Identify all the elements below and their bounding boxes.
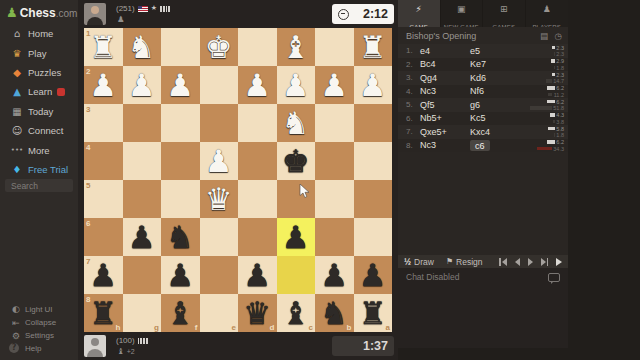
go-back-button[interactable] <box>515 258 520 266</box>
square-a1[interactable]: ♜ <box>354 28 393 66</box>
piece-black-pawn: ♟ <box>277 218 316 256</box>
puzzles-label: Puzzles <box>28 67 61 78</box>
history-clock-icon[interactable]: ◷ <box>555 31 562 41</box>
piece-white-bishop: ♝ <box>277 28 316 66</box>
square-a4[interactable] <box>354 142 393 180</box>
square-g6[interactable]: ♟ <box>123 218 162 256</box>
square-d7[interactable]: ♟ <box>238 256 277 294</box>
file-label-d: d <box>270 323 275 332</box>
top-player-avatar[interactable] <box>84 3 106 25</box>
square-g4[interactable] <box>123 142 162 180</box>
more-label: More <box>28 145 50 156</box>
square-b7[interactable]: ♟ <box>315 256 354 294</box>
square-e2[interactable] <box>200 66 239 104</box>
piece-black-rook: ♜ <box>354 294 393 332</box>
go-start-button[interactable] <box>499 258 507 266</box>
move-row-2: 2.Bc4Ke72.91.8 <box>398 58 568 72</box>
help-label: Help <box>25 344 41 353</box>
move-number: 8. <box>406 141 420 150</box>
play-label: Play <box>28 48 46 59</box>
square-a6[interactable] <box>354 218 393 256</box>
piece-black-queen: ♛ <box>238 294 277 332</box>
rank-label-5: 5 <box>86 181 90 190</box>
black-move[interactable]: g6 <box>470 100 534 110</box>
chess-app-window: ♟Chess.com ⌂Home♛Play◆Puzzles▲Learn▦Toda… <box>0 0 640 360</box>
bottom-player-rating: (100) <box>116 336 135 345</box>
square-g8[interactable]: g <box>123 294 162 332</box>
square-g3[interactable] <box>123 104 162 142</box>
move-row-4: 4.Nc3Nf66.211.2 <box>398 85 568 99</box>
light-ui-button[interactable]: ◐Light UI <box>0 303 53 315</box>
square-c8[interactable]: c♝ <box>277 294 316 332</box>
collapse-icon: ⇤ <box>9 318 23 328</box>
move-number: 7. <box>406 127 420 136</box>
opening-name: Bishop's Opening <box>406 31 476 41</box>
square-b6[interactable] <box>315 218 354 256</box>
light-ui-icon: ◐ <box>9 304 23 314</box>
bottom-player-avatar[interactable] <box>84 335 106 357</box>
learn-label: Learn <box>28 86 52 97</box>
star-icon: ★ <box>151 5 157 12</box>
move-row-3: 3.Qg4Kd62.314.7 <box>398 71 568 85</box>
top-clock-time: 2:12 <box>363 7 388 21</box>
square-h3[interactable]: 3 <box>84 104 123 142</box>
rank-label-8: 8 <box>86 295 90 304</box>
square-a8[interactable]: a♜ <box>354 294 393 332</box>
square-g1[interactable]: ♞ <box>123 28 162 66</box>
home-label: Home <box>28 28 53 39</box>
rank-label-7: 7 <box>86 257 90 266</box>
material-advantage: +2 <box>127 348 135 355</box>
square-h4[interactable]: 4 <box>84 142 123 180</box>
move-number: 4. <box>406 87 420 96</box>
square-e6[interactable] <box>200 218 239 256</box>
square-b2[interactable]: ♟ <box>315 66 354 104</box>
piece-black-pawn: ♟ <box>315 256 354 294</box>
today-icon: ▦ <box>9 106 25 117</box>
half-point-icon: ½ <box>404 257 411 267</box>
file-label-g: g <box>154 323 159 332</box>
piece-white-knight: ♞ <box>123 28 162 66</box>
resign-button[interactable]: ⚑ Resign <box>446 257 483 267</box>
file-label-h: h <box>116 323 121 332</box>
move-times: 4.33.8 <box>534 112 564 124</box>
piece-white-pawn: ♟ <box>277 66 316 104</box>
sidebar: ♟Chess.com ⌂Home♛Play◆Puzzles▲Learn▦Toda… <box>0 0 78 360</box>
move-number: 2. <box>406 60 420 69</box>
white-move[interactable]: Bc4 <box>420 59 470 69</box>
square-h2[interactable]: 2♟ <box>84 66 123 104</box>
square-d2[interactable]: ♟ <box>238 66 277 104</box>
sidebar-item-puzzles[interactable]: ◆Puzzles <box>0 63 78 82</box>
help-icon: ? <box>9 343 19 353</box>
piece-white-king: ♚ <box>200 28 239 66</box>
home-icon: ⌂ <box>9 28 25 39</box>
piece-black-pawn: ♟ <box>354 256 393 294</box>
move-nav-group <box>499 258 562 266</box>
square-h1[interactable]: 1♜ <box>84 28 123 66</box>
square-h5[interactable]: 5 <box>84 180 123 218</box>
rank-label-2: 2 <box>86 67 90 76</box>
sidebar-item-learn[interactable]: ▲Learn <box>0 82 78 101</box>
piece-white-pawn: ♟ <box>84 66 123 104</box>
puzzles-icon: ◆ <box>9 67 25 78</box>
file-label-a: a <box>386 323 390 332</box>
move-times: 2.32.3 <box>534 45 564 57</box>
piece-black-pawn: ♟ <box>84 256 123 294</box>
square-d8[interactable]: d♛ <box>238 294 277 332</box>
piece-black-pawn: ♟ <box>238 256 277 294</box>
rank-label-6: 6 <box>86 219 90 228</box>
square-h6[interactable]: 6 <box>84 218 123 256</box>
us-flag-icon <box>138 6 148 12</box>
light-ui-label: Light UI <box>25 305 53 314</box>
square-e8[interactable]: e <box>200 294 239 332</box>
move-times: 2.91.8 <box>534 58 564 70</box>
panel-tabs: ⚡GAME▣NEW GAME⊞GAMES♟PLAYERS <box>398 0 568 27</box>
settings-icon: ⚙ <box>9 331 23 341</box>
piece-white-pawn: ♟ <box>238 66 277 104</box>
collapse-button[interactable]: ⇤Collapse <box>0 317 56 329</box>
square-h8[interactable]: 8h♜ <box>84 294 123 332</box>
square-c3[interactable]: ♞ <box>277 104 316 142</box>
rank-label-3: 3 <box>86 105 90 114</box>
square-f6[interactable]: ♞ <box>161 218 200 256</box>
sidebar-item-connect[interactable]: ☺Connect <box>0 121 78 140</box>
logo-text: Chess <box>20 6 56 20</box>
move-times: 6.251.8 <box>534 99 564 111</box>
go-forward-button[interactable] <box>528 258 533 266</box>
square-h7[interactable]: 7♟ <box>84 256 123 294</box>
move-times: 6.211.2 <box>534 85 564 97</box>
go-end-button[interactable] <box>541 258 549 266</box>
move-number: 5. <box>406 100 420 109</box>
draw-label: Draw <box>414 257 434 267</box>
square-g5[interactable] <box>123 180 162 218</box>
move-number: 3. <box>406 73 420 82</box>
black-move[interactable]: Kd6 <box>470 73 534 83</box>
bottom-player-clock: 1:37 <box>332 336 394 356</box>
square-d6[interactable] <box>238 218 277 256</box>
top-player-clock: 2:12 <box>332 4 394 24</box>
piece-white-rook: ♜ <box>84 28 123 66</box>
chess-board: 1♜♞♚♝♜2♟♟♟♟♟♟♟3♞4♟♚5♛6♟♞♟7♟♟♟♟♟8h♜gf♝ed♛… <box>84 28 392 332</box>
clock-icon <box>338 9 349 20</box>
black-move[interactable]: Kxc4 <box>470 127 534 137</box>
top-captured-pawn-icon: ♟ <box>117 15 125 24</box>
rank-label-1: 1 <box>86 29 90 38</box>
piece-black-knight: ♞ <box>315 294 354 332</box>
piece-black-bishop: ♝ <box>161 294 200 332</box>
connect-icon: ☺ <box>9 125 25 136</box>
collapse-label: Collapse <box>25 318 56 327</box>
help-button[interactable]: ?Help <box>0 342 41 354</box>
sidebar-nav: ⌂Home♛Play◆Puzzles▲Learn▦Today☺Connect••… <box>0 24 78 179</box>
white-move[interactable]: Nc3 <box>420 140 470 150</box>
players-tab-icon: ♟ <box>526 4 569 15</box>
piece-black-bishop: ♝ <box>277 294 316 332</box>
chat-area: Chat Disabled <box>398 268 568 348</box>
autoplay-button[interactable] <box>556 258 562 266</box>
game-controls-bar: ½ Draw ⚑ Resign <box>398 255 568 268</box>
piece-black-king: ♚ <box>277 142 316 180</box>
square-c5[interactable] <box>277 180 316 218</box>
top-connection-bars <box>160 6 170 12</box>
move-number: 1. <box>406 46 420 55</box>
piece-white-rook: ♜ <box>354 28 393 66</box>
square-d1[interactable] <box>238 28 277 66</box>
sidebar-item-more[interactable]: •••More <box>0 140 78 159</box>
move-row-8: 8.Nc3c66.234.3 <box>398 139 568 153</box>
game-area: (251) ★ ♟ 2:12 1♜♞♚♝♜2♟♟♟♟♟♟♟3♞4♟♚5♛6♟♞♟… <box>78 0 398 360</box>
rank-label-4: 4 <box>86 143 90 152</box>
sidebar-item-play[interactable]: ♛Play <box>0 43 78 62</box>
square-f7[interactable]: ♟ <box>161 256 200 294</box>
piece-white-pawn: ♟ <box>315 66 354 104</box>
white-move[interactable]: Nc3 <box>420 86 470 96</box>
chat-status: Chat Disabled <box>406 272 459 282</box>
square-c4[interactable]: ♚ <box>277 142 316 180</box>
move-row-7: 7.Qxe5+Kxc45.81.8 <box>398 125 568 139</box>
sidebar-item-free-trial[interactable]: ♦Free Trial <box>0 160 78 179</box>
bottom-clock-time: 1:37 <box>363 339 388 353</box>
square-e5[interactable]: ♛ <box>200 180 239 218</box>
square-e4[interactable]: ♟ <box>200 142 239 180</box>
chesscom-logo[interactable]: ♟Chess.com <box>6 6 77 20</box>
white-move[interactable]: e4 <box>420 46 470 56</box>
learn-icon: ▲ <box>9 86 25 97</box>
move-times: 5.81.8 <box>534 126 564 138</box>
sidebar-item-today[interactable]: ▦Today <box>0 102 78 121</box>
piece-black-pawn: ♟ <box>123 218 162 256</box>
piece-white-queen: ♛ <box>200 180 239 218</box>
square-d3[interactable] <box>238 104 277 142</box>
black-move[interactable]: Ke7 <box>470 59 534 69</box>
square-d5[interactable] <box>238 180 277 218</box>
move-times: 6.234.3 <box>534 139 564 151</box>
opening-book-icon[interactable]: ▤ <box>540 31 548 41</box>
move-number: 6. <box>406 114 420 123</box>
square-d4[interactable] <box>238 142 277 180</box>
square-f8[interactable]: f♝ <box>161 294 200 332</box>
settings-button[interactable]: ⚙Settings <box>0 330 54 342</box>
square-b1[interactable] <box>315 28 354 66</box>
file-label-c: c <box>309 323 313 332</box>
square-e7[interactable] <box>200 256 239 294</box>
chat-bubble-icon[interactable] <box>548 273 560 282</box>
move-row-5: 5.Qf5g66.251.8 <box>398 98 568 112</box>
square-f4[interactable] <box>161 142 200 180</box>
draw-button[interactable]: ½ Draw <box>404 257 434 267</box>
piece-white-pawn: ♟ <box>123 66 162 104</box>
square-f5[interactable] <box>161 180 200 218</box>
selected-move: c6 <box>470 140 490 151</box>
piece-black-pawn: ♟ <box>161 256 200 294</box>
square-b5[interactable] <box>315 180 354 218</box>
black-move[interactable]: c6 <box>470 140 534 150</box>
move-times: 2.314.7 <box>534 72 564 84</box>
square-a7[interactable]: ♟ <box>354 256 393 294</box>
game-tab-icon: ⚡ <box>398 4 440 15</box>
black-move[interactable]: Nf6 <box>470 86 534 96</box>
file-label-e: e <box>232 323 236 332</box>
more-icon: ••• <box>9 146 25 154</box>
bottom-connection-bars <box>138 338 148 344</box>
file-label-b: b <box>347 323 352 332</box>
square-c1[interactable]: ♝ <box>277 28 316 66</box>
new-game-tab-icon: ▣ <box>441 4 483 15</box>
piece-white-pawn: ♟ <box>161 66 200 104</box>
piece-white-knight: ♞ <box>277 104 316 142</box>
bottom-player-bar: (100) ♝ +2 1:37 <box>84 332 392 360</box>
top-player-rating: (251) <box>116 4 135 13</box>
opening-header: Bishop's Opening ▤ ◷ <box>398 27 568 44</box>
square-f3[interactable] <box>161 104 200 142</box>
square-f1[interactable] <box>161 28 200 66</box>
resign-flag-icon: ⚑ <box>446 257 453 266</box>
file-label-f: f <box>195 323 198 332</box>
square-e3[interactable] <box>200 104 239 142</box>
square-e1[interactable]: ♚ <box>200 28 239 66</box>
square-a5[interactable] <box>354 180 393 218</box>
games-tab-icon: ⊞ <box>483 4 525 15</box>
search-input[interactable] <box>5 179 73 192</box>
white-move[interactable]: Nb5+ <box>420 113 470 123</box>
square-g2[interactable]: ♟ <box>123 66 162 104</box>
move-row-6: 6.Nb5+Kc54.33.8 <box>398 112 568 126</box>
free-trial-icon: ♦ <box>9 164 25 175</box>
piece-white-pawn: ♟ <box>200 142 239 180</box>
connect-label: Connect <box>28 125 63 136</box>
play-icon: ♛ <box>9 48 25 59</box>
square-c6[interactable]: ♟ <box>277 218 316 256</box>
piece-black-knight: ♞ <box>161 218 200 256</box>
square-c2[interactable]: ♟ <box>277 66 316 104</box>
move-list: 1.e4e52.32.32.Bc4Ke72.91.83.Qg4Kd62.314.… <box>398 44 568 152</box>
white-move[interactable]: Qf5 <box>420 100 470 110</box>
square-g7[interactable] <box>123 256 162 294</box>
black-move[interactable]: Kc5 <box>470 113 534 123</box>
free-trial-label: Free Trial <box>28 164 68 175</box>
square-c7[interactable] <box>277 256 316 294</box>
resign-label: Resign <box>456 257 482 267</box>
game-panel: ⚡GAME▣NEW GAME⊞GAMES♟PLAYERS Bishop's Op… <box>398 0 568 348</box>
square-b4[interactable] <box>315 142 354 180</box>
black-move[interactable]: e5 <box>470 46 534 56</box>
square-a2[interactable]: ♟ <box>354 66 393 104</box>
logo-text-com: .com <box>56 8 78 19</box>
learn-notification-badge <box>57 88 65 96</box>
sidebar-item-home[interactable]: ⌂Home <box>0 24 78 43</box>
piece-black-rook: ♜ <box>84 294 123 332</box>
white-move[interactable]: Qxe5+ <box>420 127 470 137</box>
square-f2[interactable]: ♟ <box>161 66 200 104</box>
square-b8[interactable]: b♞ <box>315 294 354 332</box>
logo-pawn-icon: ♟ <box>6 6 18 19</box>
white-move[interactable]: Qg4 <box>420 73 470 83</box>
bottom-captured-bishop-icon: ♝ <box>117 347 125 356</box>
today-label: Today <box>28 106 53 117</box>
piece-white-pawn: ♟ <box>354 66 393 104</box>
top-player-bar: (251) ★ ♟ 2:12 <box>84 0 392 28</box>
move-row-1: 1.e4e52.32.3 <box>398 44 568 58</box>
settings-label: Settings <box>25 331 54 340</box>
square-b3[interactable] <box>315 104 354 142</box>
square-a3[interactable] <box>354 104 393 142</box>
